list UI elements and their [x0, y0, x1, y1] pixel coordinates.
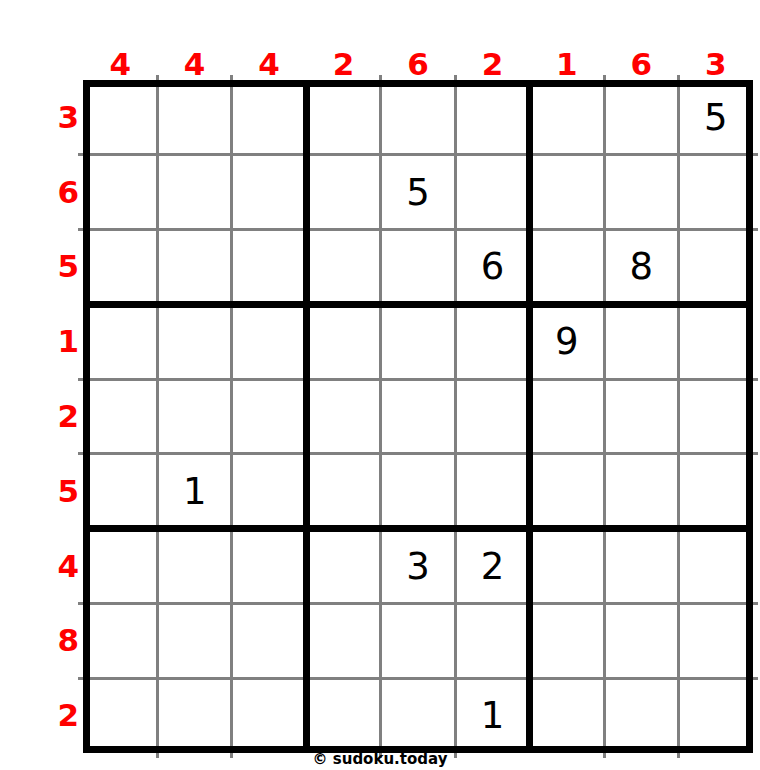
- cell-r7c2[interactable]: [157, 529, 231, 604]
- cell-r2c2[interactable]: [157, 155, 231, 230]
- cell-r7c8[interactable]: [604, 529, 678, 604]
- cell-r4c3[interactable]: [232, 304, 306, 379]
- given-digit: 8: [630, 248, 654, 285]
- cell-r7c1[interactable]: [83, 529, 157, 604]
- cell-r7c5[interactable]: 3: [381, 529, 455, 604]
- cell-r3c1[interactable]: [83, 230, 157, 305]
- cell-r4c7[interactable]: 9: [530, 304, 604, 379]
- cell-r4c8[interactable]: [604, 304, 678, 379]
- cell-r9c4[interactable]: [306, 678, 380, 753]
- cell-r8c2[interactable]: [157, 603, 231, 678]
- cell-r8c6[interactable]: [455, 603, 529, 678]
- cell-r5c8[interactable]: [604, 379, 678, 454]
- cell-r6c6[interactable]: [455, 454, 529, 529]
- given-digit: 5: [406, 174, 430, 211]
- cell-r1c7[interactable]: [530, 80, 604, 155]
- cell-r6c4[interactable]: [306, 454, 380, 529]
- given-digit: 9: [555, 323, 579, 360]
- cell-r1c3[interactable]: [232, 80, 306, 155]
- cell-r9c7[interactable]: [530, 678, 604, 753]
- cell-r6c7[interactable]: [530, 454, 604, 529]
- left-clue-row8: 8: [48, 603, 79, 678]
- cell-r6c2[interactable]: 1: [157, 454, 231, 529]
- cell-r5c7[interactable]: [530, 379, 604, 454]
- cell-r3c3[interactable]: [232, 230, 306, 305]
- cell-r4c5[interactable]: [381, 304, 455, 379]
- cell-r7c6[interactable]: 2: [455, 529, 529, 604]
- cell-r1c8[interactable]: [604, 80, 678, 155]
- cell-r2c1[interactable]: [83, 155, 157, 230]
- cell-r3c5[interactable]: [381, 230, 455, 305]
- left-clue-row6: 5: [48, 454, 79, 529]
- top-clue-col4: 2: [306, 46, 380, 80]
- given-digit: 2: [481, 548, 505, 585]
- cell-r2c5[interactable]: 5: [381, 155, 455, 230]
- top-clue-col1: 4: [83, 46, 157, 80]
- cell-r6c1[interactable]: [83, 454, 157, 529]
- cell-r7c9[interactable]: [679, 529, 753, 604]
- cell-r2c8[interactable]: [604, 155, 678, 230]
- cell-r9c9[interactable]: [679, 678, 753, 753]
- top-clue-col9: 3: [679, 46, 753, 80]
- left-clue-row3: 5: [48, 230, 79, 305]
- cell-r9c2[interactable]: [157, 678, 231, 753]
- top-clue-col8: 6: [604, 46, 678, 80]
- cell-r2c3[interactable]: [232, 155, 306, 230]
- cell-r6c3[interactable]: [232, 454, 306, 529]
- cell-r8c3[interactable]: [232, 603, 306, 678]
- top-clue-col7: 1: [530, 46, 604, 80]
- cell-r3c6[interactable]: 6: [455, 230, 529, 305]
- cell-r3c7[interactable]: [530, 230, 604, 305]
- cell-r7c3[interactable]: [232, 529, 306, 604]
- sudoku-page: 444262163 365125482 556891321 © sudoku.t…: [0, 0, 760, 770]
- cell-r9c6[interactable]: 1: [455, 678, 529, 753]
- cell-r1c6[interactable]: [455, 80, 529, 155]
- cell-r1c1[interactable]: [83, 80, 157, 155]
- cell-r6c8[interactable]: [604, 454, 678, 529]
- cell-r5c5[interactable]: [381, 379, 455, 454]
- top-clue-col3: 4: [232, 46, 306, 80]
- cell-r2c4[interactable]: [306, 155, 380, 230]
- cell-r4c9[interactable]: [679, 304, 753, 379]
- cell-r5c3[interactable]: [232, 379, 306, 454]
- cell-r1c9[interactable]: 5: [679, 80, 753, 155]
- cell-r7c7[interactable]: [530, 529, 604, 604]
- given-digit: 1: [183, 473, 207, 510]
- top-clue-col6: 2: [455, 46, 529, 80]
- cell-r8c5[interactable]: [381, 603, 455, 678]
- cell-r5c6[interactable]: [455, 379, 529, 454]
- left-clue-row9: 2: [48, 678, 79, 753]
- cell-r2c6[interactable]: [455, 155, 529, 230]
- cell-r5c9[interactable]: [679, 379, 753, 454]
- left-clue-row4: 1: [48, 304, 79, 379]
- left-clue-row2: 6: [48, 155, 79, 230]
- sudoku-board: 556891321: [83, 80, 753, 753]
- cell-r4c6[interactable]: [455, 304, 529, 379]
- cell-r1c5[interactable]: [381, 80, 455, 155]
- cell-r9c1[interactable]: [83, 678, 157, 753]
- cell-r3c4[interactable]: [306, 230, 380, 305]
- cell-r6c9[interactable]: [679, 454, 753, 529]
- given-digit: 6: [481, 248, 505, 285]
- cell-r3c8[interactable]: 8: [604, 230, 678, 305]
- cell-r8c7[interactable]: [530, 603, 604, 678]
- given-digit: 5: [704, 99, 728, 136]
- cell-grid: 556891321: [83, 80, 753, 753]
- copyright: © sudoku.today: [0, 751, 760, 768]
- cell-r9c3[interactable]: [232, 678, 306, 753]
- top-clue-col5: 6: [381, 46, 455, 80]
- left-clue-row7: 4: [48, 529, 79, 604]
- cell-r3c2[interactable]: [157, 230, 231, 305]
- cell-r8c9[interactable]: [679, 603, 753, 678]
- top-clues: 444262163: [83, 46, 753, 80]
- given-digit: 1: [481, 697, 505, 734]
- cell-r9c8[interactable]: [604, 678, 678, 753]
- left-clues: 365125482: [48, 80, 79, 753]
- cell-r5c4[interactable]: [306, 379, 380, 454]
- left-clue-row5: 2: [48, 379, 79, 454]
- top-clue-col2: 4: [157, 46, 231, 80]
- cell-r4c1[interactable]: [83, 304, 157, 379]
- cell-r2c9[interactable]: [679, 155, 753, 230]
- cell-r4c2[interactable]: [157, 304, 231, 379]
- cell-r7c4[interactable]: [306, 529, 380, 604]
- cell-r8c4[interactable]: [306, 603, 380, 678]
- cell-r6c5[interactable]: [381, 454, 455, 529]
- cell-r4c4[interactable]: [306, 304, 380, 379]
- cell-r5c1[interactable]: [83, 379, 157, 454]
- cell-r1c4[interactable]: [306, 80, 380, 155]
- cell-r1c2[interactable]: [157, 80, 231, 155]
- cell-r2c7[interactable]: [530, 155, 604, 230]
- cell-r5c2[interactable]: [157, 379, 231, 454]
- given-digit: 3: [406, 548, 430, 585]
- cell-r9c5[interactable]: [381, 678, 455, 753]
- cell-r8c1[interactable]: [83, 603, 157, 678]
- cell-r8c8[interactable]: [604, 603, 678, 678]
- cell-r3c9[interactable]: [679, 230, 753, 305]
- left-clue-row1: 3: [48, 80, 79, 155]
